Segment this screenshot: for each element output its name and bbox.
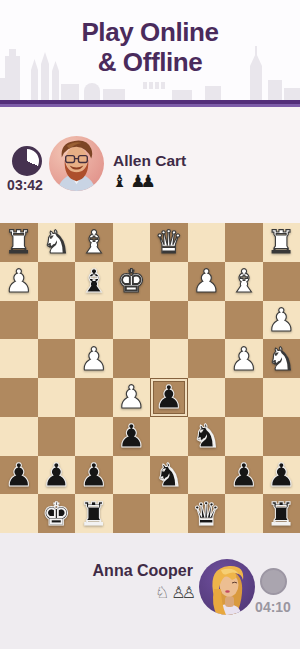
square[interactable]: ♟ — [75, 456, 113, 495]
square[interactable] — [113, 223, 151, 262]
black-bishop[interactable]: ♝ — [79, 265, 108, 297]
square[interactable] — [188, 456, 226, 495]
white-pawn[interactable]: ♟ — [79, 343, 108, 375]
square[interactable] — [188, 223, 226, 262]
captured-pieces-bottom: ♘♙♙ — [155, 583, 192, 602]
black-pawn[interactable]: ♟ — [117, 420, 146, 452]
square[interactable] — [113, 301, 151, 340]
black-knight[interactable]: ♞ — [192, 420, 221, 452]
avatar-anna — [199, 559, 255, 615]
square[interactable]: ♜ — [263, 223, 301, 262]
white-bishop[interactable]: ♝ — [79, 226, 108, 258]
square[interactable] — [0, 301, 38, 340]
square[interactable] — [75, 417, 113, 456]
square[interactable] — [113, 494, 151, 533]
square[interactable] — [188, 378, 226, 417]
white-pawn[interactable]: ♟ — [229, 343, 258, 375]
square[interactable] — [150, 301, 188, 340]
captured-bishop-icon: ♝ — [112, 171, 127, 191]
square[interactable]: ♚ — [113, 262, 151, 301]
chess-board[interactable]: ♜♞♝♛♜♟♝♚♟♝♟♟♟♞♟♟♟♞♟♟♟♞♟♟♚♜♛♜ — [0, 223, 300, 533]
black-rook[interactable]: ♜ — [79, 498, 108, 530]
white-knight[interactable]: ♞ — [267, 343, 296, 375]
white-king[interactable]: ♚ — [117, 265, 146, 297]
square[interactable]: ♞ — [263, 339, 301, 378]
square[interactable] — [263, 262, 301, 301]
player-card-bottom: Anna Cooper ♘♙♙ 04:10 — [0, 533, 300, 649]
black-pawn[interactable]: ♟ — [42, 459, 71, 491]
white-bishop[interactable]: ♝ — [229, 265, 258, 297]
white-pawn[interactable]: ♟ — [117, 381, 146, 413]
square[interactable] — [75, 378, 113, 417]
square[interactable] — [38, 301, 76, 340]
square[interactable]: ♟ — [113, 378, 151, 417]
square[interactable] — [263, 378, 301, 417]
clock-icon-active — [12, 146, 42, 176]
square[interactable] — [0, 494, 38, 533]
square[interactable] — [113, 456, 151, 495]
square[interactable] — [225, 223, 263, 262]
square[interactable]: ♟ — [188, 262, 226, 301]
player-name-bottom: Anna Cooper — [93, 562, 193, 580]
square[interactable]: ♜ — [0, 223, 38, 262]
black-pawn[interactable]: ♟ — [4, 459, 33, 491]
timer-top: 03:42 — [2, 177, 48, 193]
square[interactable]: ♟ — [150, 378, 188, 417]
square[interactable] — [225, 301, 263, 340]
black-knight[interactable]: ♞ — [154, 459, 183, 491]
captured-knight-icon: ♘ — [155, 583, 169, 602]
page-title-line2: & Offline — [0, 47, 300, 77]
black-pawn[interactable]: ♟ — [154, 381, 183, 413]
square[interactable] — [0, 339, 38, 378]
captured-pawns-icon: ♟♟ — [130, 171, 150, 191]
white-queen[interactable]: ♛ — [154, 226, 183, 258]
square[interactable] — [38, 339, 76, 378]
black-pawn[interactable]: ♟ — [229, 459, 258, 491]
square[interactable]: ♝ — [225, 262, 263, 301]
square[interactable]: ♜ — [263, 494, 301, 533]
square[interactable]: ♟ — [0, 262, 38, 301]
black-pawn[interactable]: ♟ — [267, 459, 296, 491]
square[interactable] — [188, 339, 226, 378]
square[interactable]: ♟ — [225, 339, 263, 378]
white-rook[interactable]: ♜ — [267, 226, 296, 258]
square[interactable] — [0, 378, 38, 417]
square[interactable] — [263, 417, 301, 456]
header: Play Online & Offline — [0, 0, 300, 100]
square[interactable]: ♝ — [75, 223, 113, 262]
square[interactable] — [113, 339, 151, 378]
avatar-allen — [49, 136, 104, 191]
square[interactable]: ♟ — [0, 456, 38, 495]
square[interactable] — [150, 494, 188, 533]
square[interactable]: ♝ — [75, 262, 113, 301]
square[interactable]: ♟ — [75, 339, 113, 378]
square[interactable]: ♞ — [188, 417, 226, 456]
player-name-top: Allen Cart — [113, 152, 186, 170]
white-rook[interactable]: ♜ — [4, 226, 33, 258]
square[interactable]: ♚ — [38, 494, 76, 533]
square[interactable]: ♟ — [263, 456, 301, 495]
square[interactable] — [38, 262, 76, 301]
square[interactable]: ♟ — [38, 456, 76, 495]
white-pawn[interactable]: ♟ — [192, 265, 221, 297]
page-title: Play Online & Offline — [0, 17, 300, 77]
square[interactable] — [225, 378, 263, 417]
square[interactable]: ♛ — [188, 494, 226, 533]
white-pawn[interactable]: ♟ — [267, 304, 296, 336]
black-rook[interactable]: ♜ — [267, 498, 296, 530]
player-card-top: 03:42 Allen — [0, 107, 300, 223]
clock-icon-inactive — [260, 568, 287, 595]
square[interactable] — [225, 494, 263, 533]
square[interactable] — [38, 378, 76, 417]
square[interactable]: ♛ — [150, 223, 188, 262]
square[interactable]: ♞ — [150, 456, 188, 495]
black-pawn[interactable]: ♟ — [79, 459, 108, 491]
square[interactable] — [188, 301, 226, 340]
timer-bottom: 04:10 — [250, 599, 296, 615]
square[interactable] — [150, 417, 188, 456]
captured-pawns-icon: ♙♙ — [171, 583, 192, 602]
app-screen: Play Online & Offline 03:42 — [0, 0, 300, 649]
square[interactable] — [225, 417, 263, 456]
square[interactable]: ♟ — [113, 417, 151, 456]
square[interactable] — [0, 417, 38, 456]
square[interactable]: ♜ — [75, 494, 113, 533]
page-title-line1: Play Online — [0, 17, 300, 47]
square[interactable] — [150, 339, 188, 378]
square[interactable] — [38, 417, 76, 456]
white-knight[interactable]: ♞ — [42, 226, 71, 258]
square[interactable] — [75, 301, 113, 340]
white-pawn[interactable]: ♟ — [4, 265, 33, 297]
black-queen[interactable]: ♛ — [192, 498, 221, 530]
square[interactable]: ♟ — [263, 301, 301, 340]
square[interactable]: ♟ — [225, 456, 263, 495]
captured-pieces-top: ♝♟♟ — [112, 171, 151, 191]
black-king[interactable]: ♚ — [42, 498, 71, 530]
square[interactable]: ♞ — [38, 223, 76, 262]
square[interactable] — [150, 262, 188, 301]
